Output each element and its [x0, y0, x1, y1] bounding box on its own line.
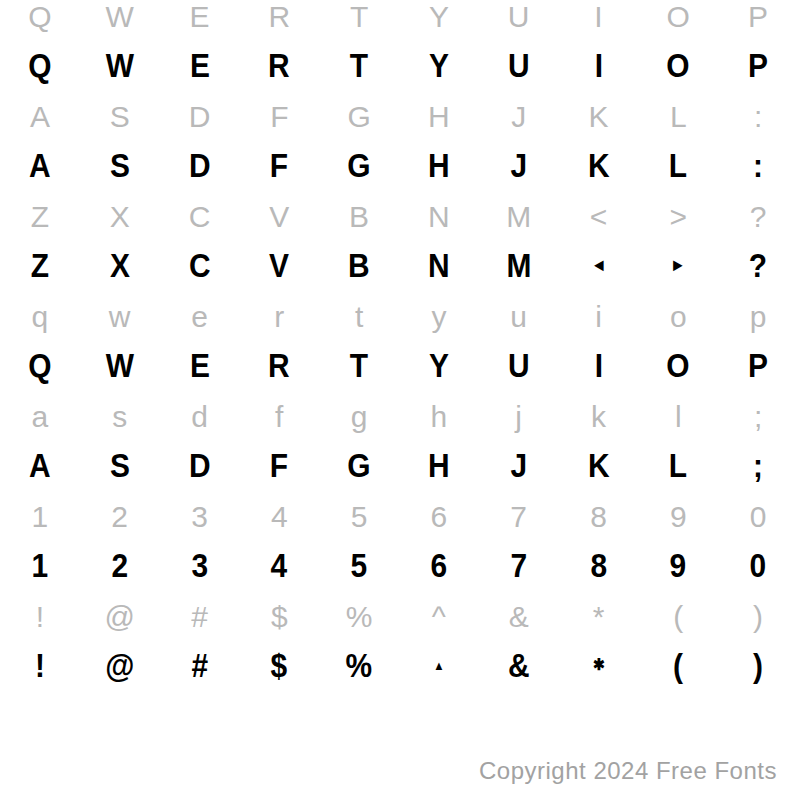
char-cell-r2-c3: E: [164, 40, 234, 90]
char-cell-r4-c9: L: [643, 140, 713, 190]
char-cell-r11-c5: 5: [319, 492, 399, 542]
char-cell-r4-c10: :: [723, 140, 793, 190]
char-cell-r8-c3: E: [164, 340, 234, 390]
char-cell-r5-c3: C: [160, 192, 240, 242]
char-cell-r3-c2: S: [80, 92, 160, 142]
char-cell-r5-c2: X: [80, 192, 160, 242]
char-cell-r10-c5: G: [324, 440, 394, 490]
char-cell-r8-c10: P: [723, 340, 793, 390]
char-cell-r5-c5: B: [319, 192, 399, 242]
char-cell-r6-c10: ?: [723, 240, 793, 290]
char-cell-r13-c4: $: [239, 592, 319, 642]
char-cell-r14-c1: !: [5, 640, 75, 690]
char-cell-r11-c8: 8: [559, 492, 639, 542]
char-cell-r6-c1: Z: [5, 240, 75, 290]
char-cell-r2-c10: P: [723, 40, 793, 90]
char-cell-r14-c9: (: [643, 640, 713, 690]
char-cell-r12-c6: 6: [404, 540, 474, 590]
char-cell-r14-c6: ▲: [404, 640, 474, 690]
char-cell-r11-c4: 4: [239, 492, 319, 542]
char-cell-r5-c1: Z: [0, 192, 80, 242]
char-cell-r2-c5: T: [324, 40, 394, 90]
char-cell-r2-c1: Q: [5, 40, 75, 90]
char-cell-r14-c3: #: [164, 640, 234, 690]
char-cell-r10-c10: ;: [723, 440, 793, 490]
char-cell-r8-c6: Y: [404, 340, 474, 390]
char-cell-r3-c7: J: [479, 92, 559, 142]
char-cell-r6-c7: M: [484, 240, 554, 290]
char-cell-r6-c8: ◄: [563, 240, 633, 290]
char-cell-r11-c9: 9: [638, 492, 718, 542]
char-cell-r12-c8: 8: [563, 540, 633, 590]
char-cell-r1-c6: Y: [399, 0, 479, 42]
char-cell-r1-c1: Q: [0, 0, 80, 42]
char-cell-r12-c4: 4: [244, 540, 314, 590]
char-cell-r12-c5: 5: [324, 540, 394, 590]
char-cell-r1-c9: O: [638, 0, 718, 42]
char-cell-r10-c9: L: [643, 440, 713, 490]
char-cell-r14-c10: ): [723, 640, 793, 690]
char-cell-r7-c8: i: [559, 292, 639, 342]
char-cell-r4-c5: G: [324, 140, 394, 190]
char-cell-r12-c7: 7: [484, 540, 554, 590]
font-specimen-page: { "game": "font-character-map", "title":…: [0, 0, 800, 800]
char-cell-r4-c3: D: [164, 140, 234, 190]
char-cell-r11-c7: 7: [479, 492, 559, 542]
char-cell-r8-c7: U: [484, 340, 554, 390]
char-cell-r5-c6: N: [399, 192, 479, 242]
char-cell-r9-c2: s: [80, 392, 160, 442]
char-cell-r14-c7: &: [484, 640, 554, 690]
char-cell-r11-c1: 1: [0, 492, 80, 542]
char-cell-r4-c6: H: [404, 140, 474, 190]
char-cell-r10-c7: J: [484, 440, 554, 490]
char-cell-r10-c6: H: [404, 440, 474, 490]
char-cell-r7-c6: y: [399, 292, 479, 342]
char-cell-r10-c2: S: [85, 440, 155, 490]
char-cell-r13-c9: (: [638, 592, 718, 642]
char-cell-r11-c2: 2: [80, 492, 160, 542]
char-cell-r2-c4: R: [244, 40, 314, 90]
char-cell-r1-c4: R: [239, 0, 319, 42]
char-cell-r1-c3: E: [160, 0, 240, 42]
char-cell-r13-c6: ^: [399, 592, 479, 642]
char-cell-r3-c5: G: [319, 92, 399, 142]
char-cell-r9-c1: a: [0, 392, 80, 442]
char-cell-r12-c10: 0: [723, 540, 793, 590]
char-cell-r5-c7: M: [479, 192, 559, 242]
char-cell-r5-c10: ?: [718, 192, 798, 242]
char-cell-r9-c10: ;: [718, 392, 798, 442]
char-cell-r1-c7: U: [479, 0, 559, 42]
char-cell-r14-c4: $: [244, 640, 314, 690]
char-cell-r8-c1: Q: [5, 340, 75, 390]
char-cell-r12-c3: 3: [164, 540, 234, 590]
char-cell-r4-c7: J: [484, 140, 554, 190]
char-cell-r10-c4: F: [244, 440, 314, 490]
char-cell-r11-c6: 6: [399, 492, 479, 542]
char-cell-r7-c2: w: [80, 292, 160, 342]
char-cell-r10-c3: D: [164, 440, 234, 490]
char-cell-r6-c3: C: [164, 240, 234, 290]
char-cell-r1-c8: I: [559, 0, 639, 42]
char-cell-r2-c7: U: [484, 40, 554, 90]
char-cell-r3-c9: L: [638, 92, 718, 142]
char-cell-r9-c4: f: [239, 392, 319, 442]
char-cell-r4-c1: A: [5, 140, 75, 190]
char-cell-r6-c4: V: [244, 240, 314, 290]
char-cell-r6-c2: X: [85, 240, 155, 290]
copyright-text: Copyright 2024 Free Fonts: [479, 757, 777, 785]
char-cell-r4-c4: F: [244, 140, 314, 190]
character-grid: QWERTYUIOPQWERTYUIOPASDFGHJKL:ASDFGHJKL:…: [0, 0, 798, 692]
char-cell-r12-c9: 9: [643, 540, 713, 590]
char-cell-r2-c8: I: [563, 40, 633, 90]
char-cell-r3-c3: D: [160, 92, 240, 142]
char-cell-r2-c6: Y: [404, 40, 474, 90]
char-cell-r13-c5: %: [319, 592, 399, 642]
char-cell-r6-c5: B: [324, 240, 394, 290]
char-cell-r11-c3: 3: [160, 492, 240, 542]
char-cell-r6-c6: N: [404, 240, 474, 290]
char-cell-r3-c6: H: [399, 92, 479, 142]
char-cell-r7-c5: t: [319, 292, 399, 342]
char-cell-r13-c7: &: [479, 592, 559, 642]
char-cell-r1-c2: W: [80, 0, 160, 42]
char-cell-r12-c2: 2: [85, 540, 155, 590]
char-cell-r8-c2: W: [85, 340, 155, 390]
char-cell-r5-c9: >: [638, 192, 718, 242]
char-cell-r10-c1: A: [5, 440, 75, 490]
char-cell-r14-c8: ✱: [563, 640, 633, 690]
char-cell-r8-c8: I: [563, 340, 633, 390]
char-cell-r11-c10: 0: [718, 492, 798, 542]
char-cell-r5-c4: V: [239, 192, 319, 242]
char-cell-r13-c8: *: [559, 592, 639, 642]
char-cell-r14-c5: %: [324, 640, 394, 690]
char-cell-r8-c9: O: [643, 340, 713, 390]
char-cell-r12-c1: 1: [5, 540, 75, 590]
char-cell-r3-c1: A: [0, 92, 80, 142]
char-cell-r9-c5: g: [319, 392, 399, 442]
char-cell-r9-c3: d: [160, 392, 240, 442]
char-cell-r9-c9: l: [638, 392, 718, 442]
char-cell-r7-c7: u: [479, 292, 559, 342]
char-cell-r14-c2: @: [85, 640, 155, 690]
char-cell-r9-c6: h: [399, 392, 479, 442]
char-cell-r13-c1: !: [0, 592, 80, 642]
char-cell-r1-c5: T: [319, 0, 399, 42]
char-cell-r9-c8: k: [559, 392, 639, 442]
char-cell-r6-c9: ►: [643, 240, 713, 290]
char-cell-r13-c3: #: [160, 592, 240, 642]
char-cell-r7-c1: q: [0, 292, 80, 342]
char-cell-r7-c4: r: [239, 292, 319, 342]
char-cell-r7-c10: p: [718, 292, 798, 342]
char-cell-r13-c2: @: [80, 592, 160, 642]
char-cell-r2-c2: W: [85, 40, 155, 90]
char-cell-r2-c9: O: [643, 40, 713, 90]
char-cell-r4-c8: K: [563, 140, 633, 190]
char-cell-r3-c4: F: [239, 92, 319, 142]
char-cell-r7-c3: e: [160, 292, 240, 342]
char-cell-r9-c7: j: [479, 392, 559, 442]
char-cell-r7-c9: o: [638, 292, 718, 342]
char-cell-r4-c2: S: [85, 140, 155, 190]
char-cell-r5-c8: <: [559, 192, 639, 242]
char-cell-r8-c5: T: [324, 340, 394, 390]
char-cell-r8-c4: R: [244, 340, 314, 390]
char-cell-r3-c8: K: [559, 92, 639, 142]
char-cell-r13-c10: ): [718, 592, 798, 642]
char-cell-r3-c10: :: [718, 92, 798, 142]
char-cell-r10-c8: K: [563, 440, 633, 490]
char-cell-r1-c10: P: [718, 0, 798, 42]
